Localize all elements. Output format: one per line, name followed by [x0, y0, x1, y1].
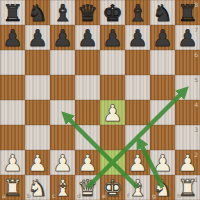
square-h4[interactable]: 4 [175, 100, 200, 125]
square-f6[interactable] [125, 50, 150, 75]
piece-black-pawn[interactable]: ♟ [50, 25, 75, 50]
square-h8[interactable]: ♜8 [175, 0, 200, 25]
rank-label-5: 5 [194, 77, 198, 83]
file-label-a: a [2, 193, 6, 199]
file-label-f: f [127, 193, 129, 199]
square-d7[interactable]: ♟ [75, 25, 100, 50]
piece-black-king[interactable]: ♚ [100, 0, 125, 25]
square-a4[interactable] [0, 100, 25, 125]
square-c4[interactable] [50, 100, 75, 125]
square-a2[interactable]: ♟ [0, 150, 25, 175]
piece-white-pawn[interactable]: ♟ [100, 100, 125, 125]
file-label-c: c [52, 193, 55, 199]
file-label-h: h [177, 193, 181, 199]
square-d3[interactable] [75, 125, 100, 150]
square-e5[interactable] [100, 75, 125, 100]
square-a3[interactable] [0, 125, 25, 150]
square-b7[interactable]: ♟ [25, 25, 50, 50]
square-a1[interactable]: ♜a [0, 175, 25, 200]
square-g2[interactable]: ♟ [150, 150, 175, 175]
square-f2[interactable]: ♟ [125, 150, 150, 175]
square-d1[interactable]: ♛d [75, 175, 100, 200]
square-f7[interactable]: ♟ [125, 25, 150, 50]
rank-label-4: 4 [194, 102, 198, 108]
square-b1[interactable]: ♞b [25, 175, 50, 200]
square-e6[interactable] [100, 50, 125, 75]
square-f3[interactable] [125, 125, 150, 150]
square-f8[interactable]: ♝ [125, 0, 150, 25]
piece-black-pawn[interactable]: ♟ [25, 25, 50, 50]
square-h5[interactable]: 5 [175, 75, 200, 100]
square-a7[interactable]: ♟ [0, 25, 25, 50]
rank-label-7: 7 [194, 27, 198, 33]
piece-white-pawn[interactable]: ♟ [75, 150, 100, 175]
rank-label-8: 8 [194, 2, 198, 8]
square-d8[interactable]: ♛ [75, 0, 100, 25]
rank-label-6: 6 [194, 52, 198, 58]
square-c5[interactable] [50, 75, 75, 100]
square-a5[interactable] [0, 75, 25, 100]
piece-black-knight[interactable]: ♞ [150, 0, 175, 25]
square-g1[interactable]: ♞g [150, 175, 175, 200]
rank-label-3: 3 [194, 127, 198, 133]
file-label-b: b [27, 193, 31, 199]
piece-white-pawn[interactable]: ♟ [150, 150, 175, 175]
square-e3[interactable] [100, 125, 125, 150]
file-label-d: d [77, 193, 81, 199]
square-g5[interactable] [150, 75, 175, 100]
piece-black-rook[interactable]: ♜ [0, 0, 25, 25]
rank-label-2: 2 [194, 152, 198, 158]
piece-black-bishop[interactable]: ♝ [50, 0, 75, 25]
square-f5[interactable] [125, 75, 150, 100]
chess-app: ♜♞♝♛♚♝♞♜8♟♟♟♟♟♟♟♟765♟43♟♟♟♟♟♟♟2♜a♞b♝c♛d♚… [0, 0, 200, 200]
piece-black-pawn[interactable]: ♟ [100, 25, 125, 50]
piece-black-pawn[interactable]: ♟ [150, 25, 175, 50]
piece-white-pawn[interactable]: ♟ [50, 150, 75, 175]
square-a6[interactable] [0, 50, 25, 75]
file-label-g: g [152, 193, 156, 199]
square-h1[interactable]: ♜1h [175, 175, 200, 200]
square-a8[interactable]: ♜ [0, 0, 25, 25]
square-c8[interactable]: ♝ [50, 0, 75, 25]
square-d5[interactable] [75, 75, 100, 100]
square-d6[interactable] [75, 50, 100, 75]
piece-black-bishop[interactable]: ♝ [125, 0, 150, 25]
piece-black-pawn[interactable]: ♟ [75, 25, 100, 50]
square-d2[interactable]: ♟ [75, 150, 100, 175]
square-b5[interactable] [25, 75, 50, 100]
square-f4[interactable] [125, 100, 150, 125]
square-g8[interactable]: ♞ [150, 0, 175, 25]
square-h2[interactable]: ♟2 [175, 150, 200, 175]
square-e7[interactable]: ♟ [100, 25, 125, 50]
square-f1[interactable]: ♝f [125, 175, 150, 200]
square-h3[interactable]: 3 [175, 125, 200, 150]
piece-white-pawn[interactable]: ♟ [0, 150, 25, 175]
square-b8[interactable]: ♞ [25, 0, 50, 25]
square-c1[interactable]: ♝c [50, 175, 75, 200]
rank-label-1: 1 [194, 177, 198, 183]
square-h7[interactable]: ♟7 [175, 25, 200, 50]
square-e1[interactable]: ♚e [100, 175, 125, 200]
piece-white-pawn[interactable]: ♟ [25, 150, 50, 175]
chess-board[interactable]: ♜♞♝♛♚♝♞♜8♟♟♟♟♟♟♟♟765♟43♟♟♟♟♟♟♟2♜a♞b♝c♛d♚… [0, 0, 200, 200]
square-e8[interactable]: ♚ [100, 0, 125, 25]
square-e2[interactable] [100, 150, 125, 175]
square-c3[interactable] [50, 125, 75, 150]
square-g3[interactable] [150, 125, 175, 150]
square-g6[interactable] [150, 50, 175, 75]
square-h6[interactable]: 6 [175, 50, 200, 75]
square-c6[interactable] [50, 50, 75, 75]
square-e4[interactable]: ♟ [100, 100, 125, 125]
piece-black-knight[interactable]: ♞ [25, 0, 50, 25]
square-b4[interactable] [25, 100, 50, 125]
piece-black-pawn[interactable]: ♟ [0, 25, 25, 50]
square-c7[interactable]: ♟ [50, 25, 75, 50]
square-b2[interactable]: ♟ [25, 150, 50, 175]
square-b6[interactable] [25, 50, 50, 75]
square-g4[interactable] [150, 100, 175, 125]
piece-black-pawn[interactable]: ♟ [125, 25, 150, 50]
square-g7[interactable]: ♟ [150, 25, 175, 50]
square-c2[interactable]: ♟ [50, 150, 75, 175]
square-b3[interactable] [25, 125, 50, 150]
piece-black-queen[interactable]: ♛ [75, 0, 100, 25]
piece-white-pawn[interactable]: ♟ [125, 150, 150, 175]
file-label-e: e [102, 193, 106, 199]
square-d4[interactable] [75, 100, 100, 125]
